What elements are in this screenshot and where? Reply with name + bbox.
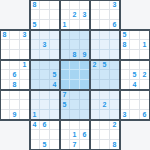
cell-r9c10[interactable]	[100, 90, 110, 100]
cell-r7c6[interactable]	[60, 70, 70, 80]
cell-r1c7: 2	[70, 10, 80, 20]
given-digit: 1	[30, 110, 39, 119]
cell-r4c6[interactable]	[60, 40, 70, 50]
cell-r12c7[interactable]	[70, 120, 80, 130]
grid-line	[29, 59, 121, 61]
given-digit: 6	[10, 70, 19, 79]
cell-r9c7[interactable]	[70, 90, 80, 100]
cell-r6c13[interactable]	[130, 60, 140, 70]
cell-r6c0[interactable]	[0, 60, 10, 70]
given-digit: 8	[30, 0, 39, 9]
cell-r6c1[interactable]	[10, 60, 20, 70]
cell-r3c13[interactable]	[130, 30, 140, 40]
grid-line	[149, 29, 150, 121]
cell-r4c9[interactable]	[90, 40, 100, 50]
cell-r4c12: 8	[120, 40, 130, 50]
cell-r6c3[interactable]	[30, 60, 40, 70]
cell-r3c12: 5	[120, 30, 130, 40]
grid-line	[0, 29, 1, 121]
given-digit: 2	[110, 120, 119, 129]
given-digit: 8	[70, 50, 79, 59]
cell-r12c4: 6	[40, 120, 50, 130]
given-digit: 3	[40, 40, 49, 49]
grid-line	[59, 29, 61, 121]
cell-r13c3[interactable]	[30, 130, 40, 140]
given-digit: 5	[60, 100, 69, 109]
cell-r9c1[interactable]	[10, 90, 20, 100]
cell-r7c12[interactable]	[120, 70, 130, 80]
given-digit: 7	[70, 140, 79, 149]
cell-r4c0[interactable]	[0, 40, 10, 50]
given-digit: 2	[100, 100, 109, 109]
cell-r4c7[interactable]	[70, 40, 80, 50]
cell-r12c6[interactable]	[60, 120, 70, 130]
given-digit: 3	[120, 110, 129, 119]
cell-r9c6: 7	[60, 90, 70, 100]
cell-r7c0[interactable]	[0, 70, 10, 80]
cell-r0c9[interactable]	[90, 0, 100, 10]
cell-r9c0[interactable]	[0, 90, 10, 100]
cell-r3c3[interactable]	[30, 30, 40, 40]
cell-r10c6: 5	[60, 100, 70, 110]
cell-r9c4[interactable]	[40, 90, 50, 100]
given-digit: 7	[60, 90, 69, 99]
cell-r9c13[interactable]	[130, 90, 140, 100]
cell-r13c4[interactable]	[40, 130, 50, 140]
grid-line	[29, 89, 121, 91]
given-digit: 2	[90, 60, 99, 69]
given-digit: 6	[80, 130, 89, 139]
given-digit: 8	[10, 80, 19, 89]
cell-r3c10[interactable]	[100, 30, 110, 40]
cell-r3c6[interactable]	[60, 30, 70, 40]
given-digit: 5	[130, 70, 139, 79]
given-digit: 6	[40, 120, 49, 129]
cell-r0c10[interactable]	[100, 0, 110, 10]
grid-line	[29, 29, 121, 31]
cell-r7c1: 6	[10, 70, 20, 80]
cell-r6c6[interactable]	[60, 60, 70, 70]
cell-r10c0[interactable]	[0, 100, 10, 110]
given-digit: 1	[140, 40, 149, 49]
cell-r13c9[interactable]	[90, 130, 100, 140]
grid-line	[119, 29, 121, 121]
cell-r10c1[interactable]	[10, 100, 20, 110]
given-digit: 3	[20, 30, 29, 39]
cell-r6c10: 5	[100, 60, 110, 70]
grid-line	[29, 29, 31, 121]
given-digit: 4	[30, 120, 39, 129]
cell-r12c10[interactable]	[100, 120, 110, 130]
given-digit: 3	[110, 0, 119, 9]
cell-r4c3[interactable]	[30, 40, 40, 50]
cell-r1c10[interactable]	[100, 10, 110, 20]
given-digit: 9	[10, 110, 19, 119]
cell-r0c4[interactable]	[40, 0, 50, 10]
cell-r7c7[interactable]	[70, 70, 80, 80]
given-digit: 5	[50, 70, 59, 79]
given-digit: 1	[70, 130, 79, 139]
given-digit: 2	[70, 10, 79, 19]
given-digit: 2	[140, 70, 149, 79]
cell-r7c9[interactable]	[90, 70, 100, 80]
cell-r0c3: 8	[30, 0, 40, 10]
cell-r10c10: 2	[100, 100, 110, 110]
cell-r4c1[interactable]	[10, 40, 20, 50]
given-digit: 1	[20, 60, 29, 69]
given-digit: 5	[40, 140, 49, 149]
grid-line	[29, 119, 121, 121]
cell-r3c9[interactable]	[90, 30, 100, 40]
cell-r1c4[interactable]	[40, 10, 50, 20]
given-digit: 8	[110, 140, 119, 149]
cell-r0c7[interactable]	[70, 0, 80, 10]
cell-r10c12[interactable]	[120, 100, 130, 110]
given-digit: 9	[80, 50, 89, 59]
given-digit: 6	[140, 110, 149, 119]
cell-r3c1[interactable]	[10, 30, 20, 40]
grid-line	[29, 149, 121, 150]
cell-r4c10[interactable]	[100, 40, 110, 50]
grid-line	[89, 29, 91, 121]
cell-r6c9: 2	[90, 60, 100, 70]
cell-r1c3[interactable]	[30, 10, 40, 20]
given-digit: 8	[0, 30, 9, 39]
flower-sudoku-board: 8323516835381891256552844752913646216578	[0, 0, 150, 150]
cell-r12c9[interactable]	[90, 120, 100, 130]
cell-r13c7: 1	[70, 130, 80, 140]
given-digit: 5	[30, 20, 39, 29]
cell-r4c13[interactable]	[130, 40, 140, 50]
cell-r1c9[interactable]	[90, 10, 100, 20]
cell-r10c3[interactable]	[30, 100, 40, 110]
cell-r9c9[interactable]	[90, 90, 100, 100]
grid-line	[29, 0, 121, 1]
cell-r4c4: 3	[40, 40, 50, 50]
given-digit: 3	[80, 10, 89, 19]
cell-r10c4[interactable]	[40, 100, 50, 110]
cell-r9c12[interactable]	[120, 90, 130, 100]
given-digit: 1	[60, 20, 69, 29]
given-digit: 8	[120, 40, 129, 49]
cell-r12c3: 4	[30, 120, 40, 130]
cell-r6c4[interactable]	[40, 60, 50, 70]
cell-r7c13: 5	[130, 70, 140, 80]
cell-r1c6[interactable]	[60, 10, 70, 20]
cell-r13c6[interactable]	[60, 130, 70, 140]
cell-r3c7[interactable]	[70, 30, 80, 40]
cell-r9c3[interactable]	[30, 90, 40, 100]
given-digit: 4	[50, 80, 59, 89]
cell-r6c12[interactable]	[120, 60, 130, 70]
given-digit: 4	[130, 80, 139, 89]
cell-r6c7[interactable]	[70, 60, 80, 70]
cell-r10c13[interactable]	[130, 100, 140, 110]
cell-r0c6[interactable]	[60, 0, 70, 10]
cell-r7c10[interactable]	[100, 70, 110, 80]
given-digit: 5	[100, 60, 109, 69]
cell-r10c9[interactable]	[90, 100, 100, 110]
cell-r3c0: 8	[0, 30, 10, 40]
cell-r7c4[interactable]	[40, 70, 50, 80]
cell-r3c4[interactable]	[40, 30, 50, 40]
cell-r7c3[interactable]	[30, 70, 40, 80]
cell-r13c10[interactable]	[100, 130, 110, 140]
given-digit: 6	[110, 20, 119, 29]
given-digit: 5	[120, 30, 129, 39]
cell-r10c7[interactable]	[70, 100, 80, 110]
